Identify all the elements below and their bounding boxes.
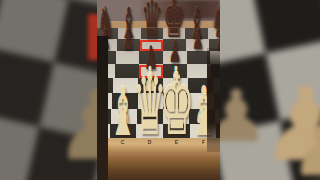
- file-label-f: F: [202, 139, 205, 145]
- piece-black-queen-d8[interactable]: ♛: [141, 0, 162, 40]
- background-board-pattern: [218, 0, 320, 180]
- right-edge-shadow: [207, 48, 220, 152]
- video-frame: ♟♟♟♟ ♜♞♝♛♚♝♞♜♟♟♟♟♟♟♟♟♟♟♟♟♟♟♟♟♜♞♝♛♚♝♞♜ C …: [0, 0, 320, 180]
- piece-black-pawn-f7[interactable]: ♟: [192, 30, 204, 52]
- piece-white-king-e1[interactable]: ♚: [159, 73, 194, 139]
- left-edge-shadow: [97, 36, 108, 180]
- file-label-d: D: [148, 139, 152, 145]
- background-right-blur: [218, 0, 320, 180]
- file-label-c: C: [121, 139, 125, 145]
- file-label-e: E: [175, 139, 178, 145]
- piece-black-pawn-c7[interactable]: ♟: [122, 30, 134, 52]
- background-board-pattern: [0, 0, 100, 180]
- background-left-blur: [0, 0, 100, 180]
- game-video-strip: ♜♞♝♛♚♝♞♜♟♟♟♟♟♟♟♟♟♟♟♟♟♟♟♟♜♞♝♛♚♝♞♜ C D E F: [97, 0, 220, 180]
